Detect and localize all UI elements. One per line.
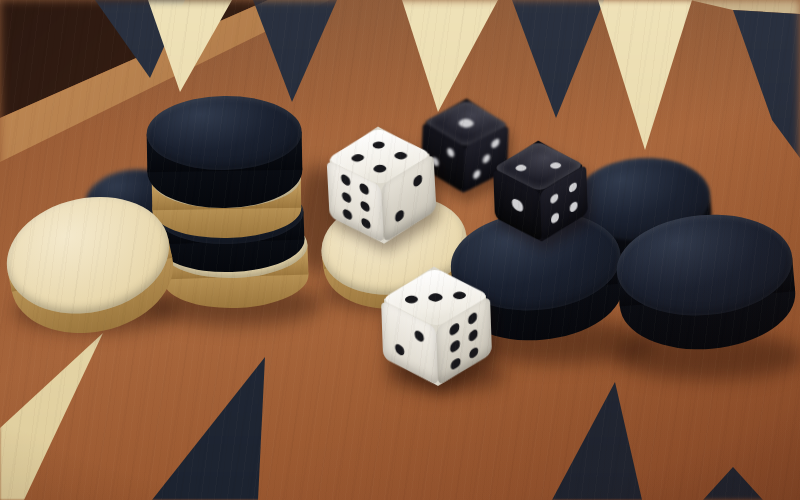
white-die-upper-left-pip-1 <box>340 173 350 187</box>
backgammon-board-photo <box>0 0 800 500</box>
white-die-upper[interactable] <box>327 123 435 246</box>
white-die-upper-left-pip-4 <box>360 199 370 213</box>
white-die-lower-right-pip-4 <box>468 327 478 342</box>
black-die-rear-left-pip-1 <box>447 146 454 158</box>
white-die-lower[interactable] <box>382 264 490 388</box>
black-checker-front-right[interactable] <box>612 208 799 357</box>
black-die-rear-right-pip-2 <box>482 152 490 164</box>
white-die-upper-right-pip-2 <box>395 208 404 223</box>
white-die-upper-right-pip-1 <box>413 174 422 189</box>
black-die-front-right-pip-4 <box>569 201 577 214</box>
white-die-lower-right-pip-6 <box>469 345 479 360</box>
white-die-upper-left-pip-2 <box>359 182 369 196</box>
black-die-rear-right-pip-3 <box>473 168 481 180</box>
black-die-front[interactable] <box>494 138 586 243</box>
white-die-lower-left-pip-2 <box>395 342 405 357</box>
white-die-lower-right-pip-2 <box>468 310 478 325</box>
white-die-upper-top-pip-3 <box>349 153 367 163</box>
white-die-upper-top-pip-1 <box>370 140 388 150</box>
white-die-upper-top-pip-2 <box>392 151 410 161</box>
white-die-lower-right-pip-5 <box>451 356 461 371</box>
black-die-front-top-pip-2 <box>514 164 530 173</box>
white-die-upper-top-pip-4 <box>371 164 389 174</box>
white-die-lower-top-pip-2 <box>426 293 444 303</box>
black-die-rear-top-pip-1 <box>455 117 476 128</box>
white-die-lower-right-pip-3 <box>450 338 460 353</box>
white-die-upper-left-pip-6 <box>361 216 371 230</box>
black-die-front-right-pip-2 <box>569 181 577 194</box>
white-die-lower-top-pip-3 <box>402 295 420 305</box>
black-die-front-right-pip-1 <box>550 192 558 205</box>
black-die-front-left-pip-1 <box>512 196 524 213</box>
black-die-front-top-pip-1 <box>549 161 565 170</box>
white-die-upper-left-pip-5 <box>342 207 352 221</box>
black-die-front-right-pip-3 <box>551 212 559 225</box>
white-die-upper-left-pip-3 <box>341 190 351 204</box>
white-die-lower-left-pip-1 <box>414 329 424 344</box>
white-die-lower-top-pip-1 <box>450 291 468 301</box>
stack-checker-1-dark[interactable] <box>146 95 303 210</box>
white-die-lower-right-pip-1 <box>450 321 460 336</box>
